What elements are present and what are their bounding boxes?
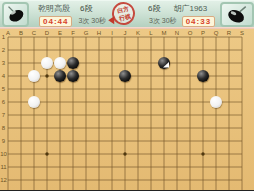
stone-grid (2, 31, 249, 191)
black-stone-E4 (54, 70, 66, 82)
white-stone-D3 (41, 57, 53, 69)
right-player-clock: 04:33 (182, 16, 215, 27)
turn-arrow-left-icon (108, 16, 114, 24)
stone-bowl-icon (222, 4, 252, 25)
right-player-avatar[interactable] (220, 2, 254, 27)
top-bar: 乾明高殷 6段 04:44 3次 30秒 白方 行棋 6段 胡广1963 3次 … (0, 0, 254, 27)
black-stone-J4 (119, 70, 131, 82)
right-player-info: 6段 胡广1963 3次 30秒 04:33 (142, 3, 215, 27)
white-stone-Q6 (210, 96, 222, 108)
left-player-avatar[interactable] (2, 2, 29, 27)
right-player-rank: 6段 (148, 3, 160, 14)
left-player-info: 乾明高殷 6段 04:44 3次 30秒 (38, 3, 106, 27)
right-player-name: 胡广1963 (173, 3, 207, 14)
white-stone-E3 (54, 57, 66, 69)
left-player-byoyomi: 3次 30秒 (78, 16, 106, 26)
left-player-clock: 04:44 (39, 16, 72, 27)
stone-bowl-icon (4, 4, 27, 25)
left-player-rank: 6段 (80, 3, 92, 14)
go-board[interactable]: ABCDEFGHIJKLMNOPQRS 12345678910111213141… (0, 29, 254, 190)
white-stone-C6 (28, 96, 40, 108)
black-stone-M3 (158, 57, 170, 69)
black-stone-F3 (67, 57, 79, 69)
black-stone-F4 (67, 70, 79, 82)
black-stone-P4 (197, 70, 209, 82)
last-move-triangle-marker (163, 62, 169, 68)
white-stone-C4 (28, 70, 40, 82)
turn-indicator-seal: 白方 行棋 (110, 0, 138, 27)
go-app-screen: 乾明高殷 6段 04:44 3次 30秒 白方 行棋 6段 胡广1963 3次 … (0, 0, 254, 190)
right-player-byoyomi: 3次 30秒 (149, 16, 177, 26)
left-player-name: 乾明高殷 (38, 3, 70, 14)
